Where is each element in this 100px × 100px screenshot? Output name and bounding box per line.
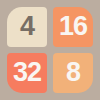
tile-value: 16 <box>59 13 87 40</box>
tile-16: 16 <box>53 7 93 47</box>
tile-value: 8 <box>66 59 80 86</box>
tile-4: 4 <box>7 7 47 47</box>
tile-value: 32 <box>13 59 41 86</box>
tile-8: 8 <box>53 53 93 93</box>
game-board-2048[interactable]: 4 16 32 8 <box>0 0 100 100</box>
tile-32: 32 <box>7 53 47 93</box>
tile-value: 4 <box>20 13 34 40</box>
